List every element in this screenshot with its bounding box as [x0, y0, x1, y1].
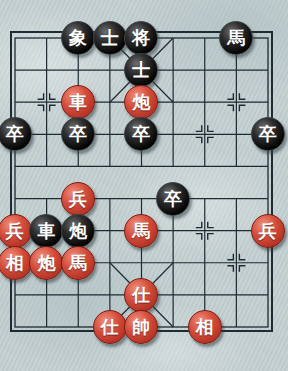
piece-black-soldier[interactable]: 卒 [0, 117, 32, 151]
piece-black-horse[interactable]: 馬 [219, 21, 253, 55]
piece-red-general[interactable]: 帥 [124, 310, 158, 344]
piece-red-chariot[interactable]: 車 [61, 85, 95, 119]
piece-black-soldier[interactable]: 卒 [124, 117, 158, 151]
piece-red-horse[interactable]: 馬 [61, 246, 95, 280]
piece-black-advisor[interactable]: 士 [93, 21, 127, 55]
piece-red-horse[interactable]: 馬 [124, 214, 158, 248]
piece-black-elephant[interactable]: 象 [61, 21, 95, 55]
piece-red-elephant[interactable]: 相 [188, 310, 222, 344]
piece-black-advisor[interactable]: 士 [124, 53, 158, 87]
piece-black-soldier[interactable]: 卒 [251, 117, 285, 151]
piece-red-soldier[interactable]: 兵 [251, 214, 285, 248]
piece-red-cannon[interactable]: 炮 [124, 85, 158, 119]
piece-black-chariot[interactable]: 車 [29, 214, 63, 248]
pieces-layer: 象士将馬士車炮卒卒卒卒兵卒兵車炮馬兵相炮馬仕仕帥相 [0, 22, 284, 343]
piece-red-advisor[interactable]: 仕 [93, 310, 127, 344]
piece-red-cannon[interactable]: 炮 [29, 246, 63, 280]
piece-black-general[interactable]: 将 [124, 21, 158, 55]
app-background: 象士将馬士車炮卒卒卒卒兵卒兵車炮馬兵相炮馬仕仕帥相 [0, 0, 288, 371]
xiangqi-board: 象士将馬士車炮卒卒卒卒兵卒兵車炮馬兵相炮馬仕仕帥相 [0, 0, 288, 371]
piece-black-soldier[interactable]: 卒 [156, 182, 190, 216]
piece-red-soldier[interactable]: 兵 [0, 214, 32, 248]
piece-black-soldier[interactable]: 卒 [61, 117, 95, 151]
piece-black-cannon[interactable]: 炮 [61, 214, 95, 248]
piece-red-soldier[interactable]: 兵 [61, 182, 95, 216]
piece-red-advisor[interactable]: 仕 [124, 278, 158, 312]
piece-red-elephant[interactable]: 相 [0, 246, 32, 280]
